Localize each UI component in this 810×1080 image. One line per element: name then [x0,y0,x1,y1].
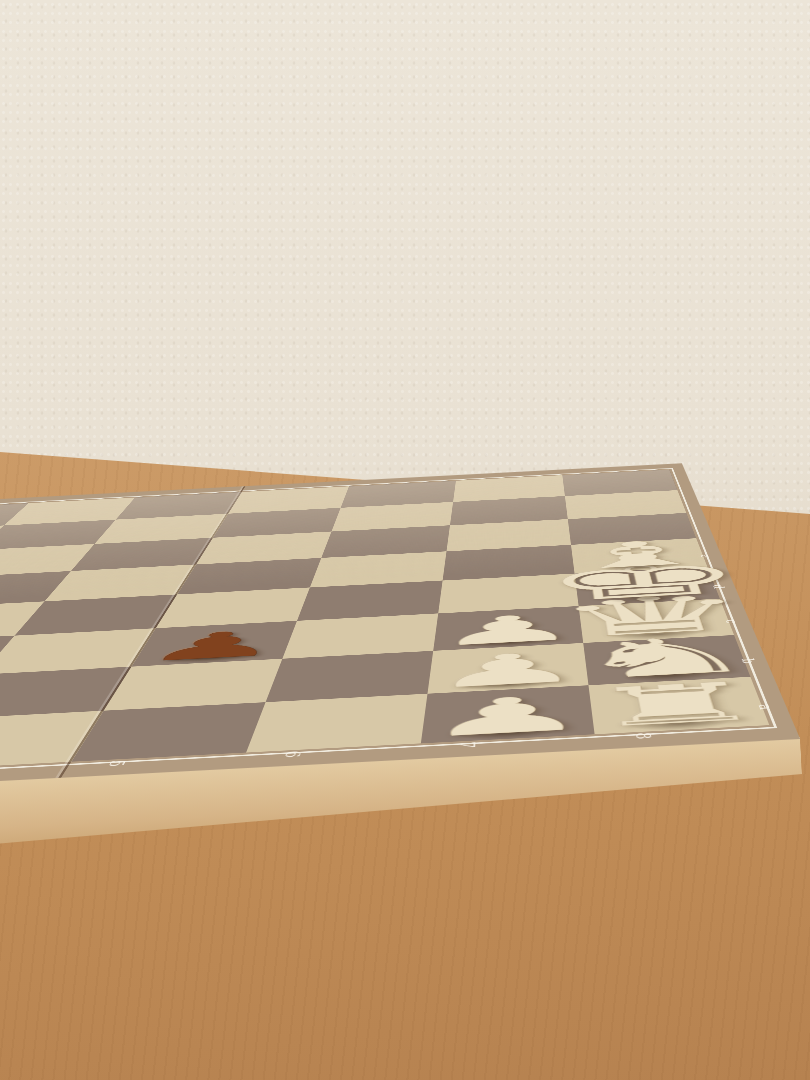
square-a6 [246,694,427,753]
chess-board: 5678abcde ♟♟♟♟♜♞♛♚♝ [0,0,810,1080]
file-label-e: e [698,554,713,558]
file-label-a: a [756,704,776,710]
rank-label-6: 6 [282,750,304,758]
file-label-b: b [739,658,758,664]
rank-label-5: 5 [105,760,128,768]
file-label-c: c [723,619,740,624]
photo-scene: 5678abcde ♟♟♟♟♜♞♛♚♝ [0,0,810,1080]
file-label-d: d [710,584,726,589]
